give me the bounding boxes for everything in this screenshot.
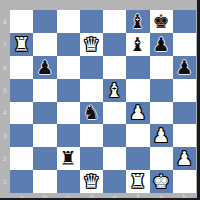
square-a1[interactable] [10, 170, 33, 193]
piece-black-pawn[interactable]: ♟ [176, 58, 193, 77]
square-c1[interactable] [57, 170, 80, 193]
rank-label-7: 7 [0, 33, 10, 56]
square-d3[interactable] [80, 124, 103, 147]
piece-black-bishop[interactable]: ♝ [129, 12, 146, 31]
square-h2[interactable]: ♟ [173, 147, 196, 170]
chess-board-frame: 87654321 ♝♚♜♛♝♟♟♟♝♞♟♟♜♟♛♜♚ abcdefgh [0, 0, 200, 200]
square-a2[interactable] [10, 147, 33, 170]
piece-black-king[interactable]: ♚ [153, 12, 170, 31]
rank-label-5: 5 [0, 79, 10, 102]
square-c2[interactable]: ♜ [57, 147, 80, 170]
rank-labels: 87654321 [0, 10, 10, 193]
square-b6[interactable]: ♟ [33, 56, 56, 79]
square-e8[interactable] [103, 10, 126, 33]
square-b2[interactable] [33, 147, 56, 170]
square-f3[interactable] [126, 124, 149, 147]
square-d4[interactable]: ♞ [80, 102, 103, 125]
piece-black-bishop[interactable]: ♝ [129, 35, 146, 54]
square-e5[interactable]: ♝ [103, 79, 126, 102]
rank-label-4: 4 [0, 102, 10, 125]
square-b3[interactable] [33, 124, 56, 147]
square-b8[interactable] [33, 10, 56, 33]
square-e4[interactable] [103, 102, 126, 125]
square-f7[interactable]: ♝ [126, 33, 149, 56]
square-g8[interactable]: ♚ [150, 10, 173, 33]
square-e1[interactable] [103, 170, 126, 193]
square-f5[interactable] [126, 79, 149, 102]
square-d1[interactable]: ♛ [80, 170, 103, 193]
piece-black-knight[interactable]: ♞ [83, 103, 100, 122]
rank-label-3: 3 [0, 124, 10, 147]
board-grid: ♝♚♜♛♝♟♟♟♝♞♟♟♜♟♛♜♚ [10, 10, 196, 193]
square-e3[interactable] [103, 124, 126, 147]
square-h6[interactable]: ♟ [173, 56, 196, 79]
square-a6[interactable] [10, 56, 33, 79]
square-c4[interactable] [57, 102, 80, 125]
square-b1[interactable] [33, 170, 56, 193]
square-a4[interactable] [10, 102, 33, 125]
file-label-b: b [33, 192, 56, 200]
square-a8[interactable] [10, 10, 33, 33]
square-h7[interactable] [173, 33, 196, 56]
file-label-h: h [173, 192, 196, 200]
file-label-f: f [126, 192, 149, 200]
square-f1[interactable]: ♜ [126, 170, 149, 193]
square-c3[interactable] [57, 124, 80, 147]
file-label-g: g [150, 192, 173, 200]
square-d5[interactable] [80, 79, 103, 102]
file-label-e: e [103, 192, 126, 200]
piece-white-pawn[interactable]: ♟ [176, 149, 193, 168]
square-c6[interactable] [57, 56, 80, 79]
piece-white-pawn[interactable]: ♟ [129, 103, 146, 122]
square-c8[interactable] [57, 10, 80, 33]
square-g1[interactable]: ♚ [150, 170, 173, 193]
square-f4[interactable]: ♟ [126, 102, 149, 125]
piece-white-pawn[interactable]: ♟ [153, 126, 170, 145]
square-a7[interactable]: ♜ [10, 33, 33, 56]
square-f2[interactable] [126, 147, 149, 170]
square-d2[interactable] [80, 147, 103, 170]
square-a5[interactable] [10, 79, 33, 102]
square-h4[interactable] [173, 102, 196, 125]
piece-white-king[interactable]: ♚ [153, 172, 170, 191]
piece-white-queen[interactable]: ♛ [83, 172, 100, 191]
square-d8[interactable] [80, 10, 103, 33]
rank-label-6: 6 [0, 56, 10, 79]
file-label-a: a [10, 192, 33, 200]
piece-white-rook[interactable]: ♜ [129, 172, 146, 191]
rank-label-1: 1 [0, 170, 10, 193]
square-d6[interactable] [80, 56, 103, 79]
square-h5[interactable] [173, 79, 196, 102]
square-e2[interactable] [103, 147, 126, 170]
piece-black-pawn[interactable]: ♟ [153, 35, 170, 54]
square-h8[interactable] [173, 10, 196, 33]
rank-label-2: 2 [0, 147, 10, 170]
square-b7[interactable] [33, 33, 56, 56]
square-f8[interactable]: ♝ [126, 10, 149, 33]
square-c5[interactable] [57, 79, 80, 102]
square-g2[interactable] [150, 147, 173, 170]
piece-white-bishop[interactable]: ♝ [106, 81, 123, 100]
file-label-d: d [80, 192, 103, 200]
square-e7[interactable] [103, 33, 126, 56]
square-f6[interactable] [126, 56, 149, 79]
square-g3[interactable]: ♟ [150, 124, 173, 147]
piece-black-pawn[interactable]: ♟ [36, 58, 53, 77]
piece-white-rook[interactable]: ♜ [13, 35, 30, 54]
file-label-c: c [57, 192, 80, 200]
square-g4[interactable] [150, 102, 173, 125]
square-g6[interactable] [150, 56, 173, 79]
square-e6[interactable] [103, 56, 126, 79]
square-g5[interactable] [150, 79, 173, 102]
square-h1[interactable] [173, 170, 196, 193]
square-b5[interactable] [33, 79, 56, 102]
piece-black-rook[interactable]: ♜ [60, 149, 77, 168]
square-d7[interactable]: ♛ [80, 33, 103, 56]
file-labels: abcdefgh [10, 192, 196, 200]
square-a3[interactable] [10, 124, 33, 147]
square-h3[interactable] [173, 124, 196, 147]
rank-label-8: 8 [0, 10, 10, 33]
square-c7[interactable] [57, 33, 80, 56]
piece-white-queen[interactable]: ♛ [83, 35, 100, 54]
square-g7[interactable]: ♟ [150, 33, 173, 56]
square-b4[interactable] [33, 102, 56, 125]
